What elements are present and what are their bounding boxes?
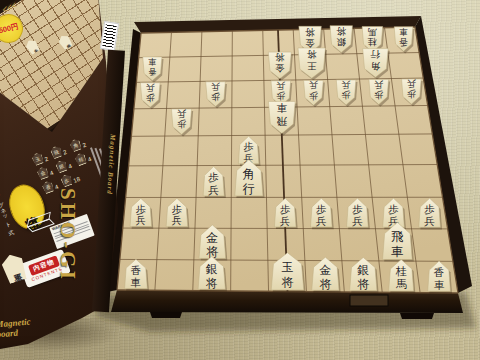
box-art-piece: 金将 bbox=[56, 33, 74, 51]
piece-kanji: 桂馬 bbox=[395, 265, 407, 291]
svg-text:歩兵: 歩兵 bbox=[172, 203, 182, 227]
svg-text:銀将: 銀将 bbox=[356, 263, 369, 291]
piece-count-qty: 4 bbox=[49, 170, 54, 177]
svg-text:銀将: 銀将 bbox=[206, 262, 218, 289]
box-side-title: Magnetic Board bbox=[105, 134, 117, 195]
svg-text:歩兵: 歩兵 bbox=[280, 203, 290, 227]
svg-text:角行: 角行 bbox=[242, 167, 255, 196]
piece-kanji: 歩兵 bbox=[208, 171, 219, 196]
svg-text:香車: 香車 bbox=[434, 266, 445, 290]
piece-count-icon: 銀 bbox=[54, 159, 68, 174]
box-bottom-title: Magnetic board bbox=[0, 317, 32, 341]
piece-kanji: 歩兵 bbox=[374, 80, 383, 100]
barcode-label bbox=[100, 21, 119, 51]
piece-kanji: 銀将 bbox=[356, 263, 369, 291]
piece-kanji: 歩兵 bbox=[211, 82, 220, 102]
piece-kanji: 歩兵 bbox=[146, 83, 155, 103]
barcode-stripes bbox=[102, 24, 116, 47]
piece-count-qty: 2 bbox=[82, 142, 87, 149]
piece-kanji: 香車 bbox=[399, 27, 408, 47]
svg-text:香車: 香車 bbox=[399, 27, 408, 47]
piece-kanji: 歩兵 bbox=[352, 203, 363, 227]
svg-text:銀将: 銀将 bbox=[336, 26, 347, 48]
piece-kanji: 金将 bbox=[275, 52, 286, 74]
svg-text:歩兵: 歩兵 bbox=[211, 82, 220, 102]
piece-count-icon: 角 bbox=[68, 138, 82, 153]
svg-text:歩兵: 歩兵 bbox=[309, 80, 318, 100]
piece-kanji: 銀将 bbox=[206, 262, 218, 289]
svg-text:桂馬: 桂馬 bbox=[395, 265, 407, 291]
piece-kanji: 歩兵 bbox=[424, 203, 435, 227]
svg-text:香車: 香車 bbox=[130, 264, 141, 288]
board-clasp[interactable] bbox=[350, 295, 388, 306]
piece-kanji: 歩兵 bbox=[316, 203, 327, 227]
svg-text:金将: 金将 bbox=[275, 52, 286, 74]
piece-kanji: 歩兵 bbox=[136, 203, 146, 227]
svg-text:歩兵: 歩兵 bbox=[424, 203, 435, 227]
piece-count-qty: 4 bbox=[67, 163, 72, 170]
svg-text:歩兵: 歩兵 bbox=[407, 79, 416, 99]
svg-text:歩兵: 歩兵 bbox=[374, 80, 383, 100]
board-foot-right bbox=[400, 313, 434, 319]
piece-kanji: 香車 bbox=[130, 264, 141, 288]
piece-kanji: 香車 bbox=[434, 266, 445, 290]
svg-text:歩兵: 歩兵 bbox=[276, 81, 285, 101]
svg-text:飛車: 飛車 bbox=[391, 230, 403, 259]
board-frame-front bbox=[111, 290, 463, 313]
svg-text:王将: 王将 bbox=[306, 49, 317, 72]
piece-kanji: 銀将 bbox=[336, 26, 347, 48]
emblem-kanji: 将棋 bbox=[18, 203, 36, 211]
svg-text:歩兵: 歩兵 bbox=[146, 83, 155, 103]
svg-text:歩兵: 歩兵 bbox=[352, 203, 363, 227]
piece-count-qty: 2 bbox=[62, 149, 67, 156]
piece-kanji: 飛車 bbox=[276, 101, 287, 127]
piece-count-qty: 4 bbox=[87, 156, 92, 163]
piece-kanji: 飛車 bbox=[391, 230, 403, 259]
svg-text:香車: 香車 bbox=[147, 57, 156, 77]
piece-kanji: 角行 bbox=[370, 49, 380, 72]
tatami-background: 香車桂馬銀将金将香車金将王将角行歩兵歩兵歩兵歩兵歩兵歩兵歩兵歩兵飛車歩兵歩兵角行… bbox=[0, 0, 480, 360]
svg-text:角行: 角行 bbox=[370, 49, 380, 72]
svg-text:歩兵: 歩兵 bbox=[342, 80, 351, 100]
svg-text:歩兵: 歩兵 bbox=[136, 203, 146, 227]
piece-illustration-kanji: 王将 bbox=[10, 267, 18, 269]
piece-kanji: 歩兵 bbox=[342, 80, 351, 100]
piece-kanji: 香車 bbox=[147, 57, 156, 77]
piece-kanji: 歩兵 bbox=[280, 203, 290, 227]
svg-text:歩兵: 歩兵 bbox=[208, 171, 219, 196]
piece-kanji: 金将 bbox=[318, 263, 331, 291]
piece-kanji: 歩兵 bbox=[407, 79, 416, 99]
svg-text:歩兵: 歩兵 bbox=[177, 109, 186, 130]
box-brand-title: SHO-GI bbox=[55, 188, 80, 282]
svg-text:金将: 金将 bbox=[205, 231, 218, 259]
board-foot-left bbox=[150, 312, 182, 318]
piece-kanji: 王将 bbox=[306, 49, 317, 72]
piece-count-qty: 2 bbox=[44, 156, 49, 163]
piece-kanji: 歩兵 bbox=[309, 80, 318, 100]
svg-text:金将: 金将 bbox=[305, 27, 316, 49]
piece-count-icon: 桂 bbox=[74, 152, 88, 167]
piece-kanji: 角行 bbox=[242, 167, 255, 196]
piece-kanji: 桂馬 bbox=[368, 27, 378, 47]
piece-kanji: 玉将 bbox=[282, 260, 294, 289]
svg-text:桂馬: 桂馬 bbox=[368, 27, 378, 47]
box-art-piece: 香車 bbox=[24, 37, 42, 55]
piece-kanji: 歩兵 bbox=[172, 203, 182, 227]
svg-text:歩兵: 歩兵 bbox=[316, 203, 327, 227]
piece-kanji: 金将 bbox=[205, 231, 218, 259]
piece-kanji: 金将 bbox=[305, 27, 316, 49]
svg-text:金将: 金将 bbox=[318, 263, 331, 291]
svg-text:玉将: 玉将 bbox=[282, 260, 294, 289]
shogi-box[interactable]: 香車 金将 <<< 500円 マグネット式 将棋 玉2飛2角2金4銀4桂4香4歩… bbox=[0, 0, 120, 354]
piece-count-icon: 飛 bbox=[49, 145, 63, 160]
piece-kanji: 歩兵 bbox=[276, 81, 285, 101]
svg-text:飛車: 飛車 bbox=[276, 101, 287, 127]
piece-kanji: 歩兵 bbox=[177, 109, 186, 130]
